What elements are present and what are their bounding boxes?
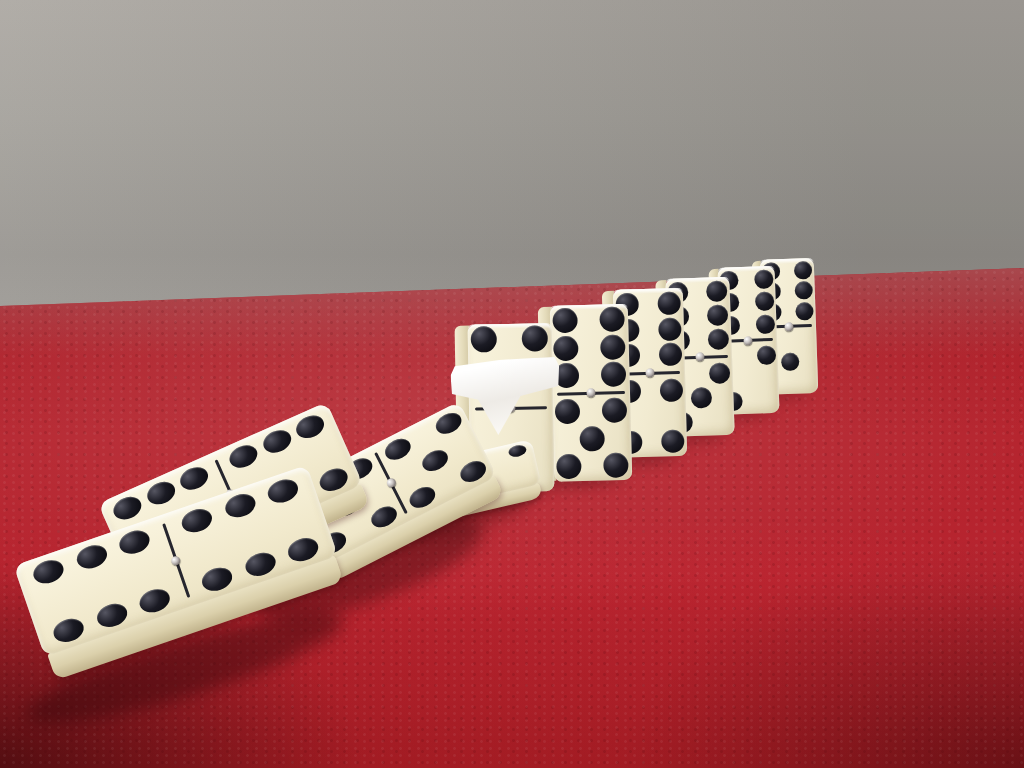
domino-half-top xyxy=(549,304,630,391)
pip xyxy=(603,452,629,478)
pip xyxy=(556,453,582,479)
pip xyxy=(755,314,775,334)
pip xyxy=(265,476,301,507)
pip xyxy=(242,549,278,580)
pip xyxy=(795,281,814,300)
pip xyxy=(285,534,321,565)
pip xyxy=(117,527,153,558)
pip xyxy=(137,585,173,616)
pip xyxy=(143,478,178,509)
pip xyxy=(316,464,351,495)
domino-face xyxy=(549,304,632,482)
pip xyxy=(406,483,439,512)
pip xyxy=(368,502,401,531)
pip xyxy=(471,326,497,352)
pip xyxy=(756,346,776,366)
pip xyxy=(457,457,490,486)
pip xyxy=(259,426,294,457)
pip xyxy=(657,291,681,315)
pip xyxy=(198,564,234,595)
pip xyxy=(602,398,628,424)
pip xyxy=(794,261,813,280)
pip xyxy=(754,269,774,289)
pip xyxy=(555,399,581,425)
pip xyxy=(690,387,712,409)
pip xyxy=(754,292,774,312)
pip xyxy=(507,443,527,458)
pip xyxy=(708,329,730,351)
pip xyxy=(30,557,66,588)
pip xyxy=(293,411,328,442)
pip xyxy=(600,307,626,333)
pip xyxy=(661,430,685,454)
dominoes-photo-scene xyxy=(0,0,1024,768)
pip xyxy=(381,435,414,464)
pip xyxy=(226,441,261,472)
pip xyxy=(50,615,86,646)
pip xyxy=(660,378,684,402)
pip xyxy=(93,600,129,631)
pip xyxy=(706,280,728,302)
pip xyxy=(600,334,626,360)
pip xyxy=(522,325,548,351)
pip xyxy=(707,304,729,326)
domino-half-bottom xyxy=(552,395,633,482)
pip xyxy=(553,308,579,334)
pip xyxy=(419,446,452,475)
pip xyxy=(222,491,258,522)
pip xyxy=(177,463,212,494)
pip xyxy=(659,343,683,367)
pip xyxy=(658,317,682,341)
pip xyxy=(781,352,800,371)
pip xyxy=(795,302,814,321)
pip xyxy=(709,362,731,384)
pip xyxy=(110,493,145,524)
pip xyxy=(579,426,605,452)
dominoes-layer xyxy=(0,0,1024,768)
pip xyxy=(432,409,465,438)
pip xyxy=(553,335,579,361)
pip xyxy=(73,542,109,573)
pip xyxy=(601,361,627,387)
pip xyxy=(178,506,214,537)
